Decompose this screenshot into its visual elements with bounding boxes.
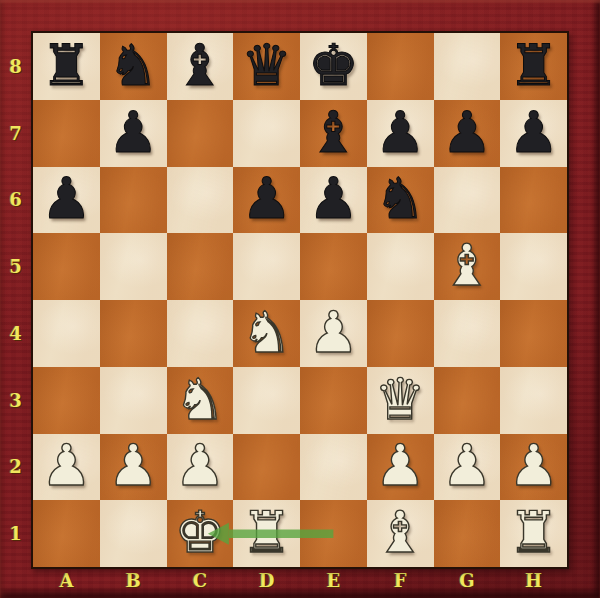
piece-black-pawn[interactable]: ♟ (241, 170, 292, 227)
square-g1[interactable] (434, 500, 501, 567)
piece-black-pawn[interactable]: ♟ (108, 104, 159, 161)
square-b8[interactable]: ♞ (100, 33, 167, 100)
piece-black-knight[interactable]: ♞ (375, 170, 426, 227)
square-e8[interactable]: ♚ (300, 33, 367, 100)
piece-black-pawn[interactable]: ♟ (375, 104, 426, 161)
square-b4[interactable] (100, 300, 167, 367)
square-f1[interactable]: ♝ (367, 500, 434, 567)
square-d1[interactable]: ♜ (233, 500, 300, 567)
square-a5[interactable] (33, 233, 100, 300)
rank-label-2: 2 (0, 434, 31, 501)
square-d4[interactable]: ♞ (233, 300, 300, 367)
square-a1[interactable] (33, 500, 100, 567)
square-e7[interactable]: ♝ (300, 100, 367, 167)
square-a4[interactable] (33, 300, 100, 367)
board: ♜♞♝♛♚♜♟♝♟♟♟♟♟♟♞♝♞♟♞♛♟♟♟♟♟♟♚♜♝♜ (31, 31, 569, 569)
square-b6[interactable] (100, 167, 167, 234)
square-g6[interactable] (434, 167, 501, 234)
piece-white-rook[interactable]: ♜ (241, 504, 292, 561)
square-c3[interactable]: ♞ (167, 367, 234, 434)
square-h5[interactable] (500, 233, 567, 300)
rank-labels: 87654321 (0, 33, 31, 567)
piece-white-pawn[interactable]: ♟ (375, 437, 426, 494)
square-d2[interactable] (233, 434, 300, 501)
square-e3[interactable] (300, 367, 367, 434)
piece-white-queen[interactable]: ♛ (375, 371, 426, 428)
square-c2[interactable]: ♟ (167, 434, 234, 501)
square-e2[interactable] (300, 434, 367, 501)
square-a7[interactable] (33, 100, 100, 167)
piece-black-rook[interactable]: ♜ (508, 37, 559, 94)
file-label-h: H (500, 566, 567, 594)
square-h2[interactable]: ♟ (500, 434, 567, 501)
square-c7[interactable] (167, 100, 234, 167)
square-g4[interactable] (434, 300, 501, 367)
square-f2[interactable]: ♟ (367, 434, 434, 501)
square-f4[interactable] (367, 300, 434, 367)
square-e1[interactable] (300, 500, 367, 567)
square-f5[interactable] (367, 233, 434, 300)
square-h7[interactable]: ♟ (500, 100, 567, 167)
square-c5[interactable] (167, 233, 234, 300)
square-b3[interactable] (100, 367, 167, 434)
file-labels: ABCDEFGH (33, 566, 567, 594)
square-c8[interactable]: ♝ (167, 33, 234, 100)
rank-label-3: 3 (0, 367, 31, 434)
piece-white-pawn[interactable]: ♟ (308, 304, 359, 361)
rank-label-4: 4 (0, 300, 31, 367)
piece-black-bishop[interactable]: ♝ (174, 37, 225, 94)
square-c6[interactable] (167, 167, 234, 234)
square-g8[interactable] (434, 33, 501, 100)
square-h3[interactable] (500, 367, 567, 434)
rank-label-5: 5 (0, 233, 31, 300)
piece-white-pawn[interactable]: ♟ (441, 437, 492, 494)
square-d7[interactable] (233, 100, 300, 167)
piece-white-knight[interactable]: ♞ (241, 304, 292, 361)
square-g7[interactable]: ♟ (434, 100, 501, 167)
square-f6[interactable]: ♞ (367, 167, 434, 234)
file-label-d: D (233, 566, 300, 594)
piece-white-knight[interactable]: ♞ (174, 371, 225, 428)
piece-white-bishop[interactable]: ♝ (375, 504, 426, 561)
square-d8[interactable]: ♛ (233, 33, 300, 100)
rank-label-7: 7 (0, 100, 31, 167)
piece-black-pawn[interactable]: ♟ (308, 170, 359, 227)
square-d6[interactable]: ♟ (233, 167, 300, 234)
square-g5[interactable]: ♝ (434, 233, 501, 300)
file-label-f: F (367, 566, 434, 594)
square-e4[interactable]: ♟ (300, 300, 367, 367)
chess-app-screenshot: 87654321 ABCDEFGH ♜♞♝♛♚♜♟♝♟♟♟♟♟♟♞♝♞♟♞♛♟♟… (0, 0, 600, 598)
piece-black-king[interactable]: ♚ (308, 37, 359, 94)
square-b7[interactable]: ♟ (100, 100, 167, 167)
piece-white-pawn[interactable]: ♟ (174, 437, 225, 494)
square-g3[interactable] (434, 367, 501, 434)
piece-white-bishop[interactable]: ♝ (441, 237, 492, 294)
file-label-b: B (100, 566, 167, 594)
square-b5[interactable] (100, 233, 167, 300)
square-a3[interactable] (33, 367, 100, 434)
piece-white-king[interactable]: ♚ (174, 504, 225, 561)
square-a6[interactable]: ♟ (33, 167, 100, 234)
square-f8[interactable] (367, 33, 434, 100)
square-d5[interactable] (233, 233, 300, 300)
file-label-g: G (434, 566, 501, 594)
rank-label-1: 1 (0, 500, 31, 567)
square-e5[interactable] (300, 233, 367, 300)
square-h6[interactable] (500, 167, 567, 234)
square-g2[interactable]: ♟ (434, 434, 501, 501)
square-h4[interactable] (500, 300, 567, 367)
square-b1[interactable] (100, 500, 167, 567)
square-f3[interactable]: ♛ (367, 367, 434, 434)
piece-black-pawn[interactable]: ♟ (441, 104, 492, 161)
square-b2[interactable]: ♟ (100, 434, 167, 501)
square-e6[interactable]: ♟ (300, 167, 367, 234)
piece-black-queen[interactable]: ♛ (241, 37, 292, 94)
piece-black-pawn[interactable]: ♟ (508, 104, 559, 161)
piece-white-pawn[interactable]: ♟ (41, 437, 92, 494)
square-a8[interactable]: ♜ (33, 33, 100, 100)
square-h1[interactable]: ♜ (500, 500, 567, 567)
piece-black-bishop[interactable]: ♝ (308, 104, 359, 161)
piece-white-pawn[interactable]: ♟ (108, 437, 159, 494)
file-label-c: C (167, 566, 234, 594)
square-c4[interactable] (167, 300, 234, 367)
file-label-e: E (300, 566, 367, 594)
square-c1[interactable]: ♚ (167, 500, 234, 567)
rank-label-6: 6 (0, 167, 31, 234)
square-d3[interactable] (233, 367, 300, 434)
square-a2[interactable]: ♟ (33, 434, 100, 501)
rank-label-8: 8 (0, 33, 31, 100)
piece-white-pawn[interactable]: ♟ (508, 437, 559, 494)
square-h8[interactable]: ♜ (500, 33, 567, 100)
square-f7[interactable]: ♟ (367, 100, 434, 167)
piece-white-rook[interactable]: ♜ (508, 504, 559, 561)
piece-black-rook[interactable]: ♜ (41, 37, 92, 94)
file-label-a: A (33, 566, 100, 594)
piece-black-knight[interactable]: ♞ (108, 37, 159, 94)
piece-black-pawn[interactable]: ♟ (41, 170, 92, 227)
